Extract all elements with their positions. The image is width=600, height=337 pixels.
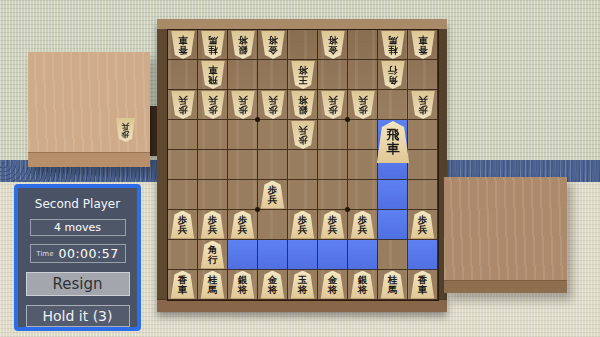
piece-kanji: 香 [178, 275, 188, 285]
piece-香車-gote[interactable]: 香車 [170, 31, 196, 59]
board-square-7-9[interactable]: 銀将 [228, 270, 258, 300]
piece-kanji: 飛 [208, 75, 218, 85]
piece-角行-sente[interactable]: 角行 [200, 241, 226, 269]
piece-kanji: 車 [208, 65, 218, 75]
piece-桂馬-sente[interactable]: 桂馬 [380, 271, 406, 299]
board-square-8-7[interactable]: 歩兵 [198, 210, 228, 240]
board-square-3-3[interactable]: 歩兵 [348, 90, 378, 120]
board-grid: 香車桂馬銀将金将金将桂馬香車飛車王将角行歩兵歩兵歩兵歩兵銀将歩兵歩兵歩兵歩兵歩兵… [167, 29, 439, 301]
piece-kanji: 歩 [328, 105, 338, 115]
board-square-8-4[interactable] [198, 120, 228, 150]
piece-kanji: 兵 [268, 95, 278, 105]
board-square-5-4[interactable]: 歩兵 [288, 120, 318, 150]
piece-玉将-sente[interactable]: 玉将 [290, 271, 316, 299]
piece-kanji: 兵 [418, 95, 428, 105]
piece-kanji: 将 [298, 65, 308, 75]
board-square-6-6[interactable]: 歩兵 [258, 180, 288, 210]
piece-kanji: 桂 [388, 275, 398, 285]
piece-kanji: 将 [358, 285, 368, 295]
board-square-3-9[interactable]: 銀将 [348, 270, 378, 300]
piece-kanji: 馬 [388, 285, 398, 295]
board-square-4-7[interactable]: 歩兵 [318, 210, 348, 240]
piece-歩兵-sente[interactable]: 歩兵 [290, 211, 316, 239]
board-square-8-9[interactable]: 桂馬 [198, 270, 228, 300]
piece-kanji: 銀 [238, 45, 248, 55]
piece-kanji: 兵 [238, 95, 248, 105]
piece-kanji: 兵 [358, 225, 368, 235]
piece-kanji: 銀 [298, 105, 308, 115]
board-square-2-1[interactable]: 桂馬 [378, 30, 408, 60]
piece-kanji: 兵 [268, 195, 278, 205]
board-square-3-6[interactable] [348, 180, 378, 210]
board-square-9-1[interactable]: 香車 [168, 30, 198, 60]
piece-kanji: 銀 [238, 275, 248, 285]
piece-kanji: 兵 [298, 125, 308, 135]
board-square-2-7[interactable] [378, 210, 408, 240]
board-square-2-9[interactable]: 桂馬 [378, 270, 408, 300]
board-square-6-8[interactable] [258, 240, 288, 270]
sente-piece-stand-surface [444, 177, 567, 281]
piece-kanji: 兵 [238, 225, 248, 235]
piece-kanji: 馬 [208, 285, 218, 295]
board-square-7-1[interactable]: 銀将 [228, 30, 258, 60]
piece-桂馬-gote[interactable]: 桂馬 [380, 31, 406, 59]
piece-kanji: 将 [238, 285, 248, 295]
piece-歩兵-gote[interactable]: 歩兵 [115, 118, 136, 142]
piece-飛車-gote[interactable]: 飛車 [200, 61, 226, 89]
board-square-5-9[interactable]: 玉将 [288, 270, 318, 300]
piece-kanji: 桂 [388, 45, 398, 55]
piece-kanji: 金 [268, 45, 278, 55]
piece-kanji: 歩 [122, 130, 130, 139]
piece-kanji: 車 [418, 35, 428, 45]
board-square-4-5[interactable] [318, 150, 348, 180]
board-square-2-3[interactable] [378, 90, 408, 120]
piece-歩兵-gote[interactable]: 歩兵 [230, 91, 256, 119]
board-square-9-6[interactable] [168, 180, 198, 210]
piece-kanji: 車 [178, 35, 188, 45]
piece-kanji: 金 [328, 275, 338, 285]
gote-hand-pieces: 歩兵 [115, 118, 136, 142]
board-square-1-3[interactable]: 歩兵 [408, 90, 438, 120]
piece-kanji: 歩 [178, 105, 188, 115]
piece-歩兵-sente[interactable]: 歩兵 [170, 211, 196, 239]
piece-kanji: 歩 [418, 105, 428, 115]
piece-金将-sente[interactable]: 金将 [260, 271, 286, 299]
board-square-3-5[interactable] [348, 150, 378, 180]
piece-歩兵-sente[interactable]: 歩兵 [260, 181, 286, 209]
board-square-8-1[interactable]: 桂馬 [198, 30, 228, 60]
piece-kanji: 歩 [418, 215, 428, 225]
board-square-6-7[interactable] [258, 210, 288, 240]
board-square-1-4[interactable] [408, 120, 438, 150]
piece-kanji: 兵 [298, 225, 308, 235]
board-square-9-7[interactable]: 歩兵 [168, 210, 198, 240]
piece-銀将-sente[interactable]: 銀将 [350, 271, 376, 299]
piece-kanji: 行 [208, 255, 218, 265]
hold-it-button[interactable]: Hold it (3) [26, 305, 130, 327]
piece-kanji: 将 [298, 285, 308, 295]
board-square-5-2[interactable]: 王将 [288, 60, 318, 90]
board-square-7-4[interactable] [228, 120, 258, 150]
piece-kanji: 兵 [178, 225, 188, 235]
piece-kanji: 将 [268, 285, 278, 295]
board-square-8-6[interactable] [198, 180, 228, 210]
board-square-2-8[interactable] [378, 240, 408, 270]
piece-歩兵-sente[interactable]: 歩兵 [350, 211, 376, 239]
board-square-2-6[interactable] [378, 180, 408, 210]
board-square-9-3[interactable]: 歩兵 [168, 90, 198, 120]
board-square-3-2[interactable] [348, 60, 378, 90]
board-square-9-2[interactable] [168, 60, 198, 90]
piece-金将-gote[interactable]: 金将 [260, 31, 286, 59]
piece-歩兵-gote[interactable]: 歩兵 [290, 121, 316, 149]
piece-kanji: 馬 [208, 35, 218, 45]
board-square-4-6[interactable] [318, 180, 348, 210]
board-square-7-7[interactable]: 歩兵 [228, 210, 258, 240]
piece-歩兵-gote[interactable]: 歩兵 [260, 91, 286, 119]
board-square-9-8[interactable] [168, 240, 198, 270]
board-square-6-3[interactable]: 歩兵 [258, 90, 288, 120]
gote-piece-stand-front-edge [28, 152, 150, 167]
board-square-4-1[interactable]: 金将 [318, 30, 348, 60]
board-square-6-2[interactable] [258, 60, 288, 90]
board-left-side [157, 29, 167, 300]
piece-金将-sente[interactable]: 金将 [320, 271, 346, 299]
piece-kanji: 馬 [388, 35, 398, 45]
piece-kanji: 歩 [328, 215, 338, 225]
piece-kanji: 金 [328, 45, 338, 55]
board-square-6-5[interactable] [258, 150, 288, 180]
move-counter: 4 moves [30, 219, 126, 236]
piece-kanji: 車 [178, 285, 188, 295]
board-square-8-2[interactable]: 飛車 [198, 60, 228, 90]
piece-王将-gote[interactable]: 王将 [290, 61, 316, 89]
board-square-6-1[interactable]: 金将 [258, 30, 288, 60]
board-square-3-7[interactable]: 歩兵 [348, 210, 378, 240]
board-square-7-8[interactable] [228, 240, 258, 270]
board-square-4-8[interactable] [318, 240, 348, 270]
board-square-9-5[interactable] [168, 150, 198, 180]
piece-銀将-sente[interactable]: 銀将 [230, 271, 256, 299]
sente-piece-stand-front-edge [444, 280, 567, 293]
board-square-4-2[interactable] [318, 60, 348, 90]
hoshi-dot [255, 117, 260, 122]
board-square-5-5[interactable] [288, 150, 318, 180]
piece-kanji: 角 [388, 75, 398, 85]
piece-kanji: 香 [418, 275, 428, 285]
board-square-4-9[interactable]: 金将 [318, 270, 348, 300]
board-square-1-5[interactable] [408, 150, 438, 180]
board-square-1-7[interactable]: 歩兵 [408, 210, 438, 240]
board-square-6-4[interactable] [258, 120, 288, 150]
board-square-4-3[interactable]: 歩兵 [318, 90, 348, 120]
piece-歩兵-sente[interactable]: 歩兵 [320, 211, 346, 239]
piece-kanji: 兵 [418, 225, 428, 235]
piece-歩兵-sente[interactable]: 歩兵 [410, 211, 436, 239]
board-square-3-1[interactable] [348, 30, 378, 60]
piece-kanji: 兵 [328, 225, 338, 235]
sente-piece-stand [444, 177, 567, 293]
piece-kanji: 車 [387, 142, 400, 156]
piece-kanji: 歩 [358, 105, 368, 115]
piece-歩兵-sente[interactable]: 歩兵 [200, 211, 226, 239]
piece-桂馬-gote[interactable]: 桂馬 [200, 31, 226, 59]
board-square-4-4[interactable] [318, 120, 348, 150]
piece-kanji: 将 [238, 35, 248, 45]
board-square-7-5[interactable] [228, 150, 258, 180]
piece-歩兵-gote[interactable]: 歩兵 [350, 91, 376, 119]
piece-kanji: 玉 [298, 275, 308, 285]
piece-kanji: 歩 [268, 185, 278, 195]
board-square-5-8[interactable] [288, 240, 318, 270]
board-square-5-6[interactable] [288, 180, 318, 210]
piece-kanji: 桂 [208, 45, 218, 55]
board-square-1-8[interactable] [408, 240, 438, 270]
board-square-8-8[interactable]: 角行 [198, 240, 228, 270]
board-square-5-3[interactable]: 銀将 [288, 90, 318, 120]
piece-kanji: 歩 [298, 215, 308, 225]
board-square-1-1[interactable]: 香車 [408, 30, 438, 60]
board-square-9-9[interactable]: 香車 [168, 270, 198, 300]
piece-角行-gote[interactable]: 角行 [380, 61, 406, 89]
piece-kanji: 歩 [208, 215, 218, 225]
board-square-1-9[interactable]: 香車 [408, 270, 438, 300]
piece-kanji: 香 [178, 45, 188, 55]
piece-kanji: 歩 [238, 105, 248, 115]
piece-kanji: 歩 [208, 105, 218, 115]
board-square-7-3[interactable]: 歩兵 [228, 90, 258, 120]
piece-kanji: 歩 [358, 215, 368, 225]
piece-歩兵-gote[interactable]: 歩兵 [170, 91, 196, 119]
board-square-1-2[interactable] [408, 60, 438, 90]
board-square-7-6[interactable] [228, 180, 258, 210]
piece-kanji: 兵 [208, 225, 218, 235]
board-top-rim [157, 19, 447, 29]
piece-kanji: 兵 [208, 95, 218, 105]
board-square-5-7[interactable]: 歩兵 [288, 210, 318, 240]
board-square-3-4[interactable] [348, 120, 378, 150]
piece-歩兵-sente[interactable]: 歩兵 [230, 211, 256, 239]
shogi-board: 香車桂馬銀将金将金将桂馬香車飛車王将角行歩兵歩兵歩兵歩兵銀将歩兵歩兵歩兵歩兵歩兵… [157, 19, 447, 312]
piece-金将-gote[interactable]: 金将 [320, 31, 346, 59]
board-square-8-3[interactable]: 歩兵 [198, 90, 228, 120]
piece-kanji: 歩 [298, 135, 308, 145]
piece-kanji: 角 [208, 245, 218, 255]
hoshi-dot [255, 207, 260, 212]
piece-kanji: 兵 [178, 95, 188, 105]
board-square-6-9[interactable]: 金将 [258, 270, 288, 300]
piece-kanji: 歩 [238, 215, 248, 225]
piece-kanji: 車 [418, 285, 428, 295]
piece-kanji: 金 [268, 275, 278, 285]
gote-piece-stand: 歩兵 [28, 52, 150, 167]
board-square-3-8[interactable] [348, 240, 378, 270]
piece-kanji: 銀 [358, 275, 368, 285]
hoshi-dot [345, 117, 350, 122]
piece-kanji: 飛 [387, 128, 400, 142]
shogi-game-screen: 歩兵 香車桂馬銀将金将金将桂馬香車飛車王将角行歩兵歩兵歩兵歩兵銀将歩兵歩兵歩兵歩… [0, 0, 600, 337]
time-display: Time 00:00:57 [30, 244, 126, 263]
board-square-9-4[interactable] [168, 120, 198, 150]
board-square-1-6[interactable] [408, 180, 438, 210]
second-player-panel: Second Player 4 moves Time 00:00:57 Resi… [14, 184, 141, 331]
piece-香車-gote[interactable]: 香車 [410, 31, 436, 59]
piece-kanji: 王 [298, 75, 308, 85]
piece-香車-sente[interactable]: 香車 [170, 271, 196, 299]
player-name-label: Second Player [35, 197, 120, 211]
board-square-5-1[interactable] [288, 30, 318, 60]
piece-桂馬-sente[interactable]: 桂馬 [200, 271, 226, 299]
time-label: Time [36, 250, 53, 258]
piece-kanji: 将 [328, 285, 338, 295]
piece-kanji: 歩 [178, 215, 188, 225]
piece-kanji: 兵 [358, 95, 368, 105]
time-value: 00:00:57 [59, 246, 119, 261]
hoshi-dot [345, 207, 350, 212]
piece-銀将-gote[interactable]: 銀将 [230, 31, 256, 59]
board-square-2-2[interactable]: 角行 [378, 60, 408, 90]
board-square-7-2[interactable] [228, 60, 258, 90]
piece-銀将-gote[interactable]: 銀将 [290, 91, 316, 119]
piece-kanji: 将 [268, 35, 278, 45]
piece-香車-sente[interactable]: 香車 [410, 271, 436, 299]
piece-歩兵-gote[interactable]: 歩兵 [320, 91, 346, 119]
piece-kanji: 行 [388, 65, 398, 75]
piece-kanji: 兵 [122, 122, 130, 131]
resign-button[interactable]: Resign [26, 272, 130, 296]
piece-歩兵-gote[interactable]: 歩兵 [410, 91, 436, 119]
piece-kanji: 将 [328, 35, 338, 45]
piece-kanji: 香 [418, 45, 428, 55]
board-square-8-5[interactable] [198, 150, 228, 180]
piece-kanji: 桂 [208, 275, 218, 285]
piece-歩兵-gote[interactable]: 歩兵 [200, 91, 226, 119]
piece-kanji: 歩 [268, 105, 278, 115]
piece-kanji: 将 [298, 95, 308, 105]
piece-kanji: 兵 [328, 95, 338, 105]
